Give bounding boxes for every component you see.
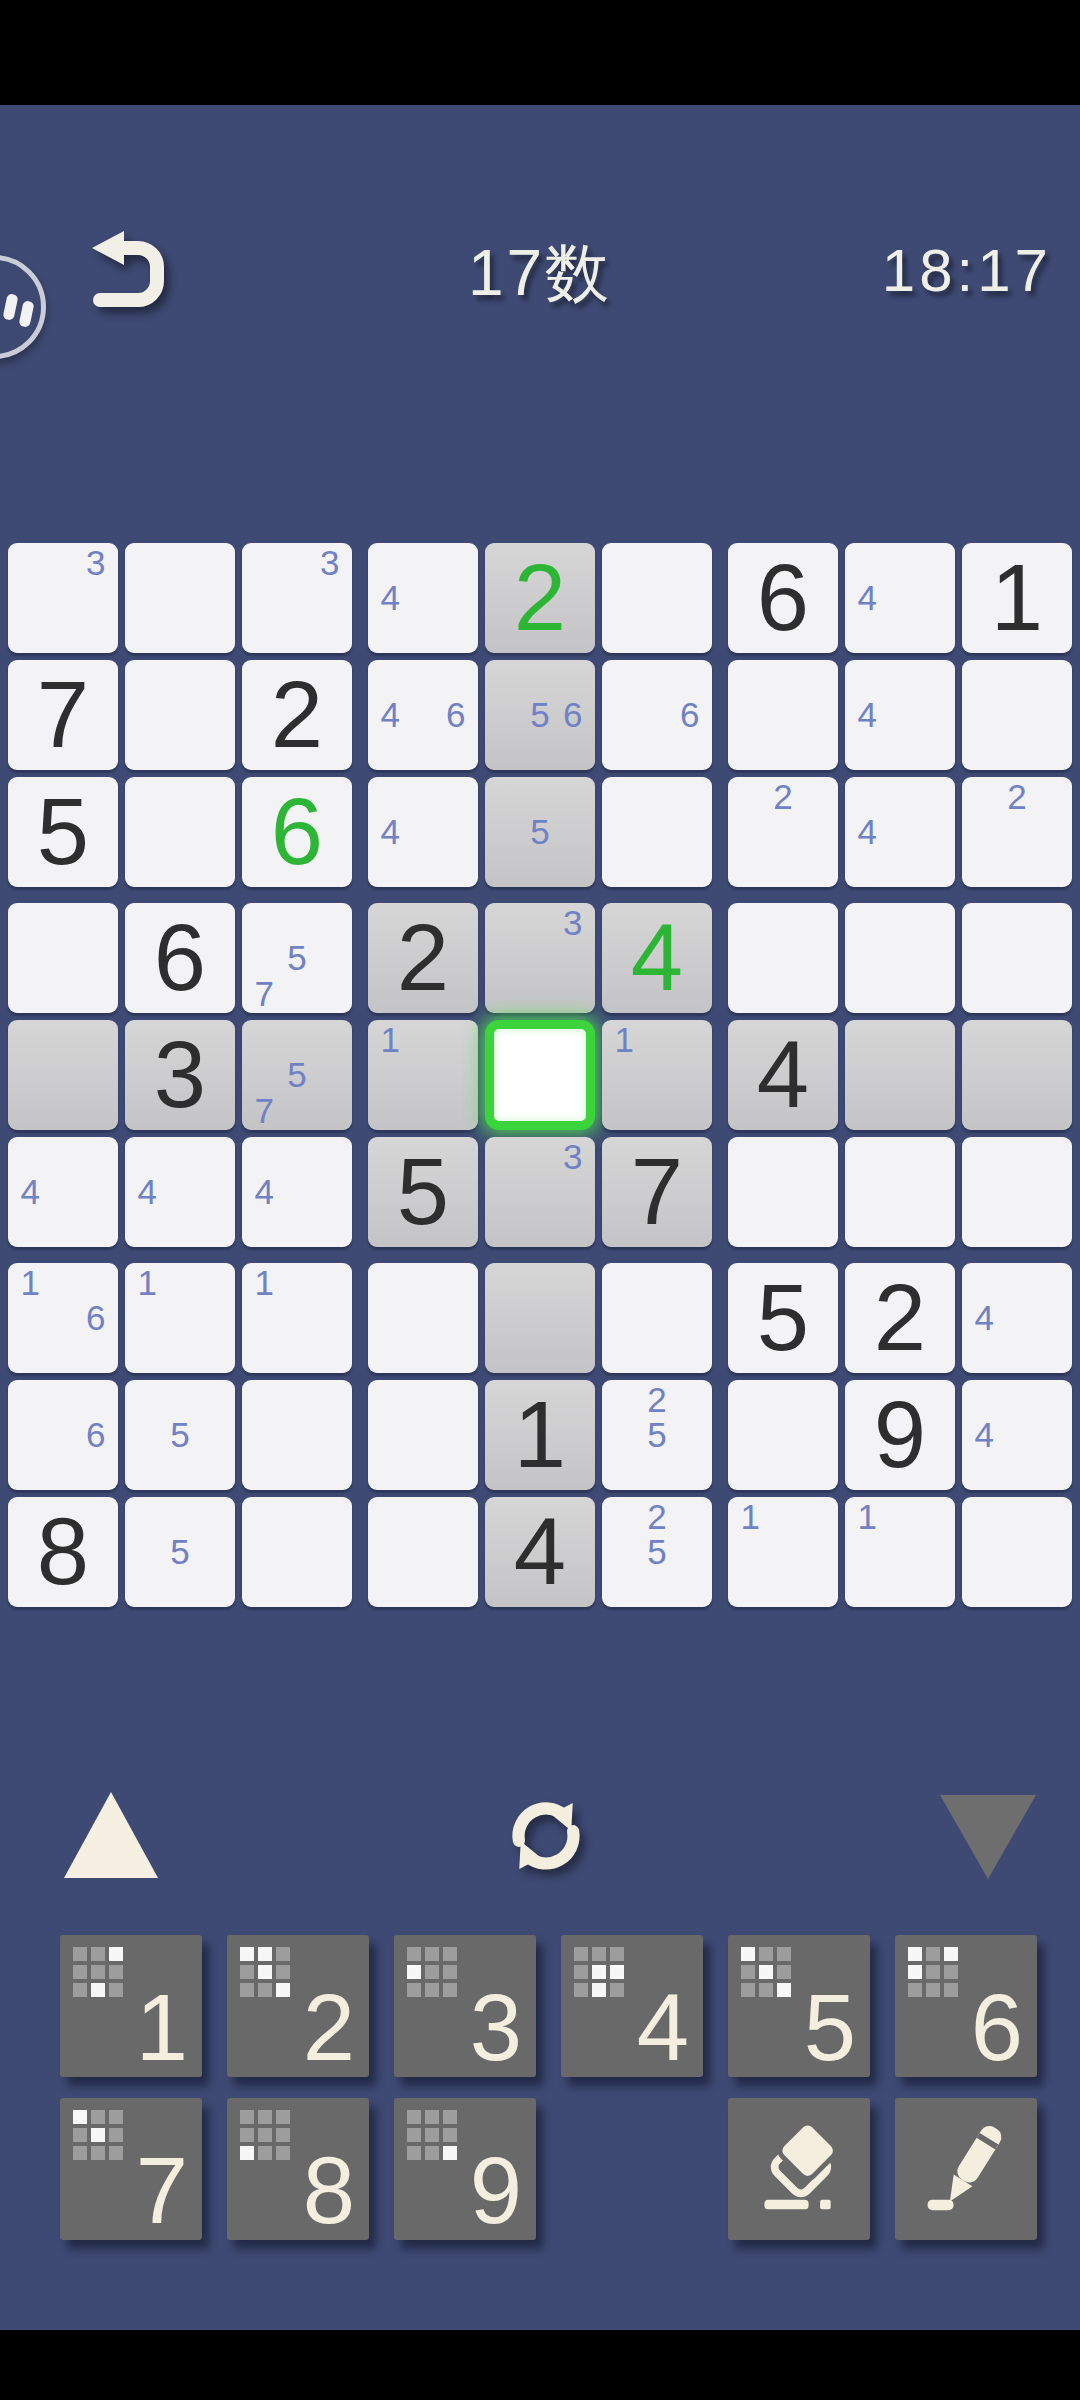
box-placement-minigrid: [240, 2110, 290, 2160]
numpad-button-5[interactable]: 5: [728, 1935, 870, 2077]
cell-r2c4[interactable]: 46: [368, 660, 478, 770]
cell-r1c6[interactable]: [602, 543, 712, 653]
cell-r3c8[interactable]: 4: [845, 777, 955, 887]
cell-r9c8[interactable]: 1: [845, 1497, 955, 1607]
numpad-button-7[interactable]: 7: [60, 2098, 202, 2240]
pencil-marks: 25: [608, 1382, 706, 1488]
cell-r4c9[interactable]: [962, 903, 1072, 1013]
cell-r7c5[interactable]: [485, 1263, 595, 1373]
pencil-marks: 2: [734, 779, 832, 885]
box-placement-minigrid: [73, 1947, 123, 1997]
cell-r4c3[interactable]: 57: [242, 903, 352, 1013]
cell-r5c7[interactable]: 4: [728, 1020, 838, 1130]
pencil-marks: 1: [851, 1499, 949, 1605]
user-digit: 4: [602, 903, 712, 1013]
cell-r8c6[interactable]: 25: [602, 1380, 712, 1490]
cell-r9c2[interactable]: 5: [125, 1497, 235, 1607]
pencil-marks: 4: [14, 1139, 112, 1245]
cell-r5c1[interactable]: [8, 1020, 118, 1130]
cell-r9c1[interactable]: 8: [8, 1497, 118, 1607]
given-digit: 7: [8, 660, 118, 770]
cell-r6c9[interactable]: [962, 1137, 1072, 1247]
pencil-marks: 2: [968, 779, 1066, 885]
pencil-marks: 3: [491, 905, 589, 1011]
numpad-button-1[interactable]: 1: [60, 1935, 202, 2077]
eraser-button[interactable]: [728, 2098, 870, 2240]
cell-r9c4[interactable]: [368, 1497, 478, 1607]
pencil-icon: [918, 2119, 1014, 2219]
numpad-button-3[interactable]: 3: [394, 1935, 536, 2077]
rotate-arrows-icon: [490, 1876, 602, 1893]
cell-r6c3[interactable]: 4: [242, 1137, 352, 1247]
cell-r8c9[interactable]: 4: [962, 1380, 1072, 1490]
cell-r3c3[interactable]: 6: [242, 777, 352, 887]
cell-r5c9[interactable]: [962, 1020, 1072, 1130]
cell-r8c8[interactable]: 9: [845, 1380, 955, 1490]
pencil-marks: 4: [131, 1139, 229, 1245]
cell-r6c4[interactable]: 5: [368, 1137, 478, 1247]
pencil-marks: 1: [608, 1022, 706, 1128]
box-placement-minigrid: [73, 2110, 123, 2160]
pencil-marks: 1: [131, 1265, 229, 1371]
numpad-digit: 5: [804, 1981, 856, 2075]
cell-r4c5[interactable]: 3: [485, 903, 595, 1013]
cell-r7c3[interactable]: 1: [242, 1263, 352, 1373]
cell-r1c2[interactable]: [125, 543, 235, 653]
cell-r8c3[interactable]: [242, 1380, 352, 1490]
pencil-marks: 4: [968, 1382, 1066, 1488]
cell-r2c7[interactable]: [728, 660, 838, 770]
cell-r8c5[interactable]: 1: [485, 1380, 595, 1490]
pencil-marks: 16: [14, 1265, 112, 1371]
pencil-marks: 4: [248, 1139, 346, 1245]
pencil-marks: 5: [131, 1499, 229, 1605]
cell-r8c7[interactable]: [728, 1380, 838, 1490]
cell-r1c3[interactable]: 3: [242, 543, 352, 653]
cell-r1c8[interactable]: 4: [845, 543, 955, 653]
cell-r9c7[interactable]: 1: [728, 1497, 838, 1607]
cell-r6c8[interactable]: [845, 1137, 955, 1247]
cell-r3c4[interactable]: 4: [368, 777, 478, 887]
cell-r1c4[interactable]: 4: [368, 543, 478, 653]
cell-r9c6[interactable]: 25: [602, 1497, 712, 1607]
cell-r7c4[interactable]: [368, 1263, 478, 1373]
status-bar: [0, 0, 1080, 105]
given-digit: 7: [602, 1137, 712, 1247]
pencil-marks: 1: [248, 1265, 346, 1371]
gesture-nav-bar: [0, 2330, 1080, 2400]
pencil-marks: 4: [374, 779, 472, 885]
numpad-digit: 6: [971, 1981, 1023, 2075]
pencil-marks: 4: [851, 545, 949, 651]
cell-r5c2[interactable]: 3: [125, 1020, 235, 1130]
cell-r6c6[interactable]: 7: [602, 1137, 712, 1247]
cell-r9c5[interactable]: 4: [485, 1497, 595, 1607]
given-digit: 4: [728, 1020, 838, 1130]
pencil-marks: 3: [248, 545, 346, 651]
cell-r5c4[interactable]: 1: [368, 1020, 478, 1130]
pencil-marks: 4: [374, 545, 472, 651]
given-digit: 5: [728, 1263, 838, 1373]
numpad-digit: 8: [303, 2144, 355, 2238]
given-digit: 1: [962, 543, 1072, 653]
scroll-up-triangle-button[interactable]: [64, 1792, 158, 1878]
cell-r2c5[interactable]: 56: [485, 660, 595, 770]
given-digit: 2: [845, 1263, 955, 1373]
given-digit: 1: [485, 1380, 595, 1490]
user-digit: 2: [485, 543, 595, 653]
pencil-marks: 25: [608, 1499, 706, 1605]
pencil-marks: 1: [734, 1499, 832, 1605]
user-digit: 6: [242, 777, 352, 887]
pencil-button[interactable]: [895, 2098, 1037, 2240]
box-placement-minigrid: [240, 1947, 290, 1997]
numpad-digit: 9: [470, 2144, 522, 2238]
pencil-marks: 46: [374, 662, 472, 768]
cell-r4c4[interactable]: 2: [368, 903, 478, 1013]
box-placement-minigrid: [574, 1947, 624, 1997]
cell-r2c8[interactable]: 4: [845, 660, 955, 770]
cell-r4c1[interactable]: [8, 903, 118, 1013]
rotate-button[interactable]: [490, 1786, 602, 1890]
cell-r5c3[interactable]: 57: [242, 1020, 352, 1130]
given-digit: 2: [368, 903, 478, 1013]
given-digit: 5: [368, 1137, 478, 1247]
given-digit: 2: [242, 660, 352, 770]
pencil-marks: 4: [851, 779, 949, 885]
cell-r8c4[interactable]: [368, 1380, 478, 1490]
cell-r7c8[interactable]: 2: [845, 1263, 955, 1373]
box-placement-minigrid: [741, 1947, 791, 1997]
pause-bars-icon: [18, 300, 34, 328]
numpad-digit: 7: [136, 2144, 188, 2238]
numpad-digit: 2: [303, 1981, 355, 2075]
scroll-down-triangle-button[interactable]: [940, 1795, 1036, 1879]
cell-r9c9[interactable]: [962, 1497, 1072, 1607]
cell-r3c5[interactable]: 5: [485, 777, 595, 887]
pencil-marks: 5: [131, 1382, 229, 1488]
cell-r5c8[interactable]: [845, 1020, 955, 1130]
cell-r2c3[interactable]: 2: [242, 660, 352, 770]
numpad-button-9[interactable]: 9: [394, 2098, 536, 2240]
cell-r6c2[interactable]: 4: [125, 1137, 235, 1247]
eraser-icon: [751, 2119, 847, 2219]
numpad-button-6[interactable]: 6: [895, 1935, 1037, 2077]
cell-r3c2[interactable]: [125, 777, 235, 887]
numpad-button-2[interactable]: 2: [227, 1935, 369, 2077]
pencil-marks: 5: [491, 779, 589, 885]
cell-r6c5[interactable]: 3: [485, 1137, 595, 1247]
numpad-digit: 1: [136, 1981, 188, 2075]
pencil-marks: 56: [491, 662, 589, 768]
cell-r8c2[interactable]: 5: [125, 1380, 235, 1490]
cell-r2c2[interactable]: [125, 660, 235, 770]
sudoku-app-screen: 17数 18:17 334264172465664564524265723435…: [0, 0, 1080, 2400]
box-placement-minigrid: [908, 1947, 958, 1997]
cell-r5c6[interactable]: 1: [602, 1020, 712, 1130]
cell-r4c6[interactable]: 4: [602, 903, 712, 1013]
numpad-digit: 3: [470, 1981, 522, 2075]
given-digit: 6: [728, 543, 838, 653]
given-digit: 9: [845, 1380, 955, 1490]
cell-r1c1[interactable]: 3: [8, 543, 118, 653]
pencil-marks: 6: [608, 662, 706, 768]
pencil-marks: 3: [14, 545, 112, 651]
cell-r2c1[interactable]: 7: [8, 660, 118, 770]
cell-r3c6[interactable]: [602, 777, 712, 887]
cell-r3c7[interactable]: 2: [728, 777, 838, 887]
cell-r7c1[interactable]: 16: [8, 1263, 118, 1373]
cell-r7c6[interactable]: [602, 1263, 712, 1373]
box-placement-minigrid: [407, 2110, 457, 2160]
cell-r7c7[interactable]: 5: [728, 1263, 838, 1373]
game-timer: 18:17: [882, 236, 1052, 305]
cell-r2c6[interactable]: 6: [602, 660, 712, 770]
pencil-marks: 3: [491, 1139, 589, 1245]
box-placement-minigrid: [407, 1947, 457, 1997]
cell-r9c3[interactable]: [242, 1497, 352, 1607]
cell-r6c1[interactable]: 4: [8, 1137, 118, 1247]
numpad-button-8[interactable]: 8: [227, 2098, 369, 2240]
pencil-marks: 57: [248, 1022, 346, 1128]
cell-r2c9[interactable]: [962, 660, 1072, 770]
cell-r1c7[interactable]: 6: [728, 543, 838, 653]
pencil-marks: 4: [851, 662, 949, 768]
numpad-digit: 4: [637, 1981, 689, 2075]
pencil-marks: 57: [248, 905, 346, 1011]
given-digit: 3: [125, 1020, 235, 1130]
pencil-marks: 1: [374, 1022, 472, 1128]
numpad-button-4[interactable]: 4: [561, 1935, 703, 2077]
pencil-marks: 4: [968, 1265, 1066, 1371]
given-digit: 8: [8, 1497, 118, 1607]
cell-r3c9[interactable]: 2: [962, 777, 1072, 887]
given-digit: 5: [8, 777, 118, 887]
pencil-marks: 6: [14, 1382, 112, 1488]
cell-r7c2[interactable]: 1: [125, 1263, 235, 1373]
cell-r4c2[interactable]: 6: [125, 903, 235, 1013]
cell-r8c1[interactable]: 6: [8, 1380, 118, 1490]
pause-bars-icon: [2, 293, 18, 321]
cell-r6c7[interactable]: [728, 1137, 838, 1247]
cell-r4c8[interactable]: [845, 903, 955, 1013]
cell-r4c7[interactable]: [728, 903, 838, 1013]
cell-r5c5[interactable]: [485, 1020, 595, 1130]
given-digit: 6: [125, 903, 235, 1013]
cell-r1c9[interactable]: 1: [962, 543, 1072, 653]
cell-r3c1[interactable]: 5: [8, 777, 118, 887]
given-digit: 4: [485, 1497, 595, 1607]
cell-r1c5[interactable]: 2: [485, 543, 595, 653]
cell-r7c9[interactable]: 4: [962, 1263, 1072, 1373]
